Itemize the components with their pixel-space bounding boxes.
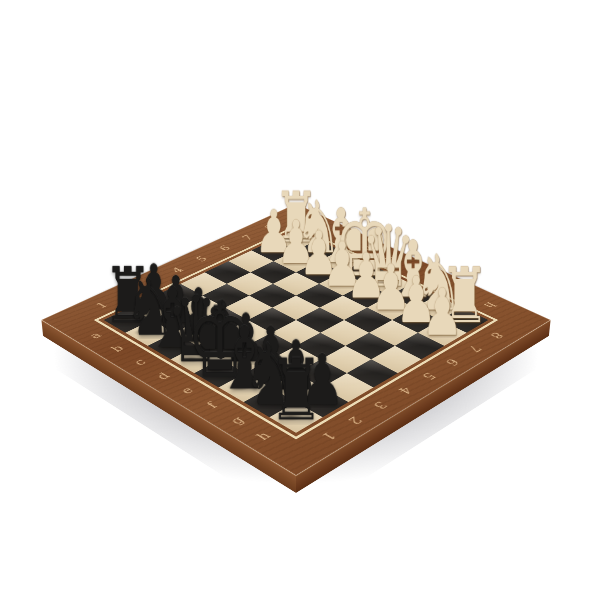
scene: aa11bb22cc33dd44ee55ff66gg77hh88 ♜♞♝♚♛♝♞… xyxy=(0,0,600,600)
chess-board: aa11bb22cc33dd44ee55ff66gg77hh88 ♜♞♝♚♛♝♞… xyxy=(41,204,550,476)
product-photo-canvas: aa11bb22cc33dd44ee55ff66gg77hh88 ♜♞♝♚♛♝♞… xyxy=(0,0,600,600)
